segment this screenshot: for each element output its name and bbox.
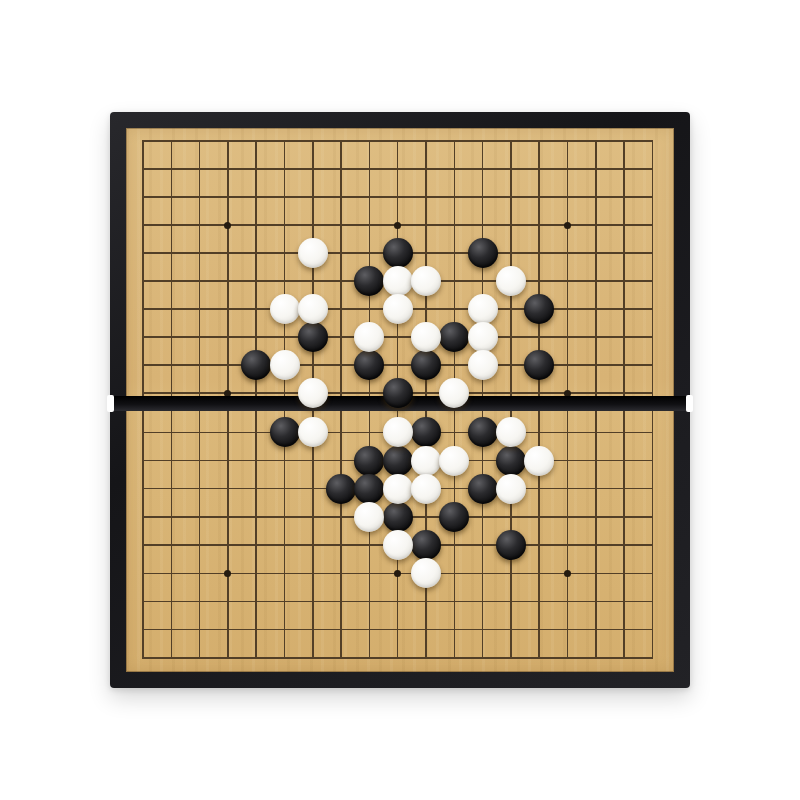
white-stone[interactable] [270,294,300,324]
black-stone[interactable] [383,446,413,476]
black-stone[interactable] [524,294,554,324]
black-stone[interactable] [468,238,498,268]
black-stone[interactable] [270,417,300,447]
white-stone[interactable] [468,294,498,324]
white-stone[interactable] [383,530,413,560]
black-stone[interactable] [496,530,526,560]
black-stone[interactable] [383,238,413,268]
black-stone[interactable] [326,474,356,504]
black-stone[interactable] [468,474,498,504]
white-stone[interactable] [439,446,469,476]
stone-layer [110,112,690,688]
black-stone[interactable] [496,446,526,476]
white-stone[interactable] [411,266,441,296]
white-stone[interactable] [298,378,328,408]
black-stone[interactable] [439,502,469,532]
black-stone[interactable] [383,378,413,408]
white-stone[interactable] [411,322,441,352]
white-stone[interactable] [383,417,413,447]
white-stone[interactable] [354,502,384,532]
black-stone[interactable] [383,502,413,532]
white-stone[interactable] [298,294,328,324]
white-stone[interactable] [496,474,526,504]
white-stone[interactable] [383,266,413,296]
white-stone[interactable] [468,350,498,380]
white-stone[interactable] [411,474,441,504]
white-stone[interactable] [383,294,413,324]
black-stone[interactable] [411,350,441,380]
black-stone[interactable] [468,417,498,447]
white-stone[interactable] [354,322,384,352]
black-stone[interactable] [354,474,384,504]
go-board-frame [110,112,690,688]
black-stone[interactable] [241,350,271,380]
white-stone[interactable] [298,417,328,447]
white-stone[interactable] [439,378,469,408]
white-stone[interactable] [298,238,328,268]
white-stone[interactable] [270,350,300,380]
black-stone[interactable] [298,322,328,352]
black-stone[interactable] [411,530,441,560]
white-stone[interactable] [468,322,498,352]
white-stone[interactable] [411,446,441,476]
black-stone[interactable] [411,417,441,447]
white-stone[interactable] [496,417,526,447]
black-stone[interactable] [354,266,384,296]
black-stone[interactable] [439,322,469,352]
black-stone[interactable] [354,446,384,476]
white-stone[interactable] [524,446,554,476]
black-stone[interactable] [354,350,384,380]
white-stone[interactable] [411,558,441,588]
white-stone[interactable] [496,266,526,296]
white-stone[interactable] [383,474,413,504]
black-stone[interactable] [524,350,554,380]
